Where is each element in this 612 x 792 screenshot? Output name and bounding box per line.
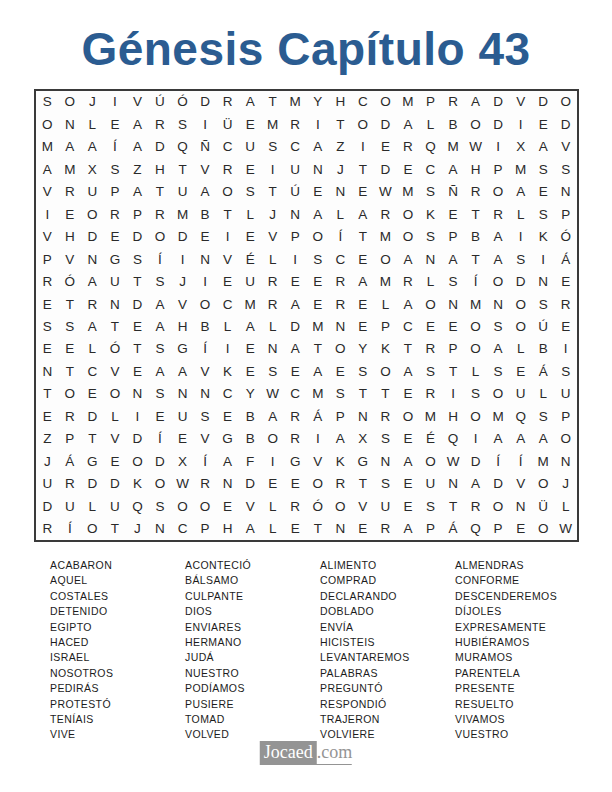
grid-cell: R [36, 271, 59, 293]
grid-cell: C [329, 248, 352, 270]
grid-cell: S [374, 473, 397, 495]
word-item: RESUELTO [455, 697, 590, 712]
grid-cell: E [239, 226, 262, 248]
grid-cell: C [284, 383, 307, 405]
grid-cell: É [239, 248, 262, 270]
grid-cell: M [374, 271, 397, 293]
grid-cell: V [509, 473, 532, 495]
grid-cell: P [329, 405, 352, 427]
grid-cell: E [284, 271, 307, 293]
grid-cell: A [81, 271, 104, 293]
grid-cell: M [442, 136, 465, 158]
grid-cell: Ó [59, 271, 82, 293]
grid-cell: Ú [532, 316, 555, 338]
grid-cell: D [239, 473, 262, 495]
grid-cell: S [149, 495, 172, 517]
grid-cell: H [59, 226, 82, 248]
grid-cell: X [171, 450, 194, 472]
grid-cell: Y [239, 383, 262, 405]
grid-cell: T [36, 383, 59, 405]
grid-cell: B [464, 226, 487, 248]
grid-cell: L [261, 495, 284, 517]
grid-cell: H [329, 91, 352, 113]
grid-cell: B [532, 338, 555, 360]
grid-cell: O [126, 450, 149, 472]
grid-cell: E [419, 316, 442, 338]
grid-cell: U [104, 495, 127, 517]
grid-cell: R [419, 383, 442, 405]
grid-cell: D [374, 158, 397, 180]
grid-cell: O [397, 203, 420, 225]
grid-cell: P [374, 316, 397, 338]
grid-cell: M [306, 383, 329, 405]
grid-cell: V [261, 226, 284, 248]
grid-cell: K [216, 360, 239, 382]
grid-cell: T [216, 203, 239, 225]
grid-cell: I [261, 450, 284, 472]
word-item: COMPRAD [320, 573, 455, 588]
grid-cell: D [81, 473, 104, 495]
grid-cell: A [306, 360, 329, 382]
grid-cell: Ñ [194, 136, 217, 158]
grid-cell: E [554, 316, 577, 338]
grid-cell: L [81, 113, 104, 135]
grid-cell: N [352, 405, 375, 427]
grid-cell: E [509, 360, 532, 382]
grid-cell: H [442, 405, 465, 427]
grid-cell: L [216, 316, 239, 338]
grid-cell: M [284, 91, 307, 113]
grid-cell: A [487, 226, 510, 248]
grid-cell: Q [464, 518, 487, 540]
grid-cell: H [464, 158, 487, 180]
grid-cell: N [554, 450, 577, 472]
grid-cell: R [261, 293, 284, 315]
grid-cell: C [352, 91, 375, 113]
word-item: DOBLADO [320, 604, 455, 619]
grid-cell: O [104, 383, 127, 405]
grid-cell: K [126, 473, 149, 495]
grid-cell: R [329, 271, 352, 293]
grid-cell: E [306, 181, 329, 203]
grid-cell: H [171, 316, 194, 338]
word-item: PEDIRÁS [50, 681, 185, 696]
grid-cell: W [374, 181, 397, 203]
grid-cell: T [352, 226, 375, 248]
grid-cell: R [397, 271, 420, 293]
grid-cell: R [442, 91, 465, 113]
grid-cell: P [36, 248, 59, 270]
grid-cell: E [239, 338, 262, 360]
grid-cell: A [352, 203, 375, 225]
grid-cell: T [104, 518, 127, 540]
grid-cell: A [397, 248, 420, 270]
word-item: CONFORME [455, 573, 590, 588]
grid-cell: P [284, 226, 307, 248]
grid-cell: M [509, 158, 532, 180]
grid-cell: E [171, 428, 194, 450]
grid-cell: S [36, 316, 59, 338]
grid-cell: R [149, 203, 172, 225]
grid-cell: I [104, 91, 127, 113]
grid-cell: U [104, 271, 127, 293]
grid-cell: Í [149, 428, 172, 450]
grid-cell: D [487, 113, 510, 135]
grid-cell: C [171, 518, 194, 540]
grid-cell: E [352, 181, 375, 203]
grid-cell: Ñ [442, 181, 465, 203]
grid-cell: V [194, 158, 217, 180]
grid-cell: J [554, 473, 577, 495]
grid-cell: A [487, 338, 510, 360]
grid-cell: A [284, 293, 307, 315]
grid-cell: H [216, 518, 239, 540]
word-item: TOMAD [185, 712, 320, 727]
grid-cell: T [442, 360, 465, 382]
grid-cell: Ú [149, 91, 172, 113]
word-item: VIVAMOS [455, 712, 590, 727]
grid-cell: U [239, 271, 262, 293]
grid-cell: L [419, 113, 442, 135]
grid-cell: A [126, 136, 149, 158]
word-item: ALMENDRAS [455, 558, 590, 573]
grid-cell: A [397, 518, 420, 540]
grid-cell: A [194, 181, 217, 203]
grid-cell: Á [59, 450, 82, 472]
word-item: RESPONDIÓ [320, 697, 455, 712]
grid-cell: Q [171, 136, 194, 158]
grid-cell: Q [509, 405, 532, 427]
footer-site-link[interactable]: Jocaed.com [260, 742, 352, 765]
grid-cell: U [171, 181, 194, 203]
grid-cell: É [419, 428, 442, 450]
grid-cell: D [149, 136, 172, 158]
grid-cell: E [397, 428, 420, 450]
grid-cell: O [81, 203, 104, 225]
grid-cell: W [464, 136, 487, 158]
grid-cell: A [509, 181, 532, 203]
grid-cell: R [554, 293, 577, 315]
word-item: ENVIARES [185, 620, 320, 635]
grid-cell: V [239, 495, 262, 517]
word-item: ACABARON [50, 558, 185, 573]
grid-cell: V [104, 360, 127, 382]
grid-cell: E [216, 495, 239, 517]
grid-cell: A [126, 181, 149, 203]
grid-cell: O [419, 293, 442, 315]
grid-cell: C [284, 136, 307, 158]
grid-cell: S [352, 360, 375, 382]
grid-cell: O [487, 383, 510, 405]
grid-cell: V [216, 248, 239, 270]
grid-cell: A [397, 113, 420, 135]
grid-cell: L [239, 203, 262, 225]
grid-cell: M [419, 405, 442, 427]
grid-cell: R [329, 473, 352, 495]
grid-cell: O [464, 316, 487, 338]
grid-cell: O [532, 473, 555, 495]
grid-cell: F [239, 450, 262, 472]
grid-cell: A [487, 428, 510, 450]
grid-cell: C [81, 360, 104, 382]
grid-cell: S [239, 181, 262, 203]
grid-cell: C [419, 158, 442, 180]
grid-cell: D [284, 316, 307, 338]
grid-cell: T [374, 383, 397, 405]
grid-cell: R [487, 203, 510, 225]
grid-cell: S [194, 405, 217, 427]
grid-cell: R [284, 113, 307, 135]
grid-cell: A [329, 428, 352, 450]
grid-cell: Q [442, 428, 465, 450]
word-item: VOLVIERE [320, 727, 455, 742]
word-item: DESCENDEREMOS [455, 589, 590, 604]
grid-cell: R [261, 271, 284, 293]
word-item: HERMANO [185, 635, 320, 650]
grid-cell: A [352, 271, 375, 293]
grid-cell: S [532, 405, 555, 427]
grid-cell: K [374, 338, 397, 360]
grid-cell: P [487, 158, 510, 180]
grid-cell: R [464, 495, 487, 517]
grid-cell: R [194, 473, 217, 495]
grid-cell: A [171, 360, 194, 382]
grid-cell: T [261, 91, 284, 113]
grid-cell: T [126, 271, 149, 293]
grid-cell: A [81, 316, 104, 338]
word-item: PUSIERE [185, 697, 320, 712]
grid-cell: N [36, 360, 59, 382]
grid-cell: E [509, 518, 532, 540]
grid-cell: O [419, 450, 442, 472]
grid-cell: O [352, 113, 375, 135]
grid-cell: E [284, 360, 307, 382]
grid-cell: P [442, 226, 465, 248]
grid-cell: J [81, 91, 104, 113]
word-item: PROTESTÓ [50, 697, 185, 712]
grid-cell: D [554, 113, 577, 135]
grid-cell: A [149, 316, 172, 338]
word-item: ENVÍA [320, 620, 455, 635]
grid-cell: A [442, 248, 465, 270]
grid-cell: A [442, 158, 465, 180]
grid-cell: M [306, 316, 329, 338]
grid-cell: E [532, 181, 555, 203]
grid-cell: Z [126, 158, 149, 180]
grid-cell: Y [306, 91, 329, 113]
grid-cell: Á [554, 248, 577, 270]
grid-cell: T [81, 428, 104, 450]
grid-cell: O [464, 405, 487, 427]
grid-cell: I [126, 405, 149, 427]
grid-cell: E [554, 271, 577, 293]
grid-cell: L [509, 338, 532, 360]
grid-cell: P [59, 428, 82, 450]
grid-cell: E [194, 226, 217, 248]
word-item: ACONTECIÓ [185, 558, 320, 573]
grid-cell: J [171, 271, 194, 293]
grid-cell: U [374, 495, 397, 517]
grid-cell: T [171, 158, 194, 180]
grid-cell: R [464, 181, 487, 203]
grid-cell: R [216, 158, 239, 180]
grid-cell: E [352, 293, 375, 315]
word-item: DÍJOLES [455, 604, 590, 619]
grid-cell: L [532, 383, 555, 405]
grid-cell: A [306, 136, 329, 158]
grid-cell: G [284, 450, 307, 472]
grid-cell: I [194, 113, 217, 135]
grid-cell: E [59, 203, 82, 225]
grid-cell: B [239, 405, 262, 427]
grid-cell: T [464, 203, 487, 225]
grid-cell: V [36, 226, 59, 248]
grid-cell: E [284, 518, 307, 540]
grid-cell: T [397, 338, 420, 360]
grid-cell: P [554, 405, 577, 427]
grid-cell: D [194, 91, 217, 113]
grid-cell: A [36, 158, 59, 180]
grid-cell: O [374, 360, 397, 382]
grid-cell: I [442, 383, 465, 405]
grid-cell: T [329, 113, 352, 135]
grid-cell: S [261, 360, 284, 382]
grid-cell: O [81, 518, 104, 540]
grid-cell: A [149, 293, 172, 315]
grid-cell: Í [194, 338, 217, 360]
grid-cell: G [104, 248, 127, 270]
grid-cell: R [36, 518, 59, 540]
grid-cell: R [59, 405, 82, 427]
grid-cell: D [149, 450, 172, 472]
grid-cell: T [352, 383, 375, 405]
grid-cell: N [149, 518, 172, 540]
grid-cell: P [194, 518, 217, 540]
grid-cell: L [509, 203, 532, 225]
grid-cell: S [532, 158, 555, 180]
grid-cell: R [419, 338, 442, 360]
grid-cell: Z [36, 428, 59, 450]
grid-cell: G [352, 450, 375, 472]
grid-cell: L [81, 495, 104, 517]
grid-cell: I [306, 113, 329, 135]
grid-cell: L [464, 360, 487, 382]
word-list-column-4: ALMENDRASCONFORMEDESCENDEREMOSDÍJOLESEXP… [455, 558, 590, 743]
grid-cell: T [59, 360, 82, 382]
grid-cell: S [532, 293, 555, 315]
grid-cell: E [261, 473, 284, 495]
grid-cell: I [171, 248, 194, 270]
grid-cell: Ó [171, 91, 194, 113]
word-item: COSTALES [50, 589, 185, 604]
grid-cell: V [306, 450, 329, 472]
grid-cell: D [81, 226, 104, 248]
grid-cell: M [532, 450, 555, 472]
grid-cell: V [509, 91, 532, 113]
grid-cell: S [374, 428, 397, 450]
grid-cell: S [126, 248, 149, 270]
grid-cell: E [397, 473, 420, 495]
grid-cell: N [374, 450, 397, 472]
grid-cell: S [261, 136, 284, 158]
grid-cell: I [352, 136, 375, 158]
grid-cell: Á [532, 360, 555, 382]
grid-cell: T [352, 473, 375, 495]
grid-cell: W [171, 473, 194, 495]
footer-brand-name: Jocaed [260, 741, 317, 764]
grid-cell: S [419, 360, 442, 382]
grid-cell: S [464, 383, 487, 405]
word-item: NOSOTROS [50, 666, 185, 681]
grid-cell: V [36, 181, 59, 203]
grid-cell: E [352, 518, 375, 540]
word-item: HACED [50, 635, 185, 650]
grid-cell: O [329, 495, 352, 517]
grid-cell: T [306, 338, 329, 360]
grid-cell: L [261, 518, 284, 540]
grid-cell: S [532, 203, 555, 225]
grid-cell: E [104, 113, 127, 135]
grid-cell: E [532, 113, 555, 135]
word-item: PARENTELA [455, 666, 590, 681]
grid-cell: D [464, 450, 487, 472]
word-item: DETENIDO [50, 604, 185, 619]
word-item: ISRAEL [50, 650, 185, 665]
grid-cell: P [126, 203, 149, 225]
grid-cell: O [487, 271, 510, 293]
grid-cell: I [261, 158, 284, 180]
grid-cell: O [329, 338, 352, 360]
grid-cell: S [59, 316, 82, 338]
grid-cell: Í [104, 136, 127, 158]
grid-cell: R [59, 473, 82, 495]
word-item: JUDÁ [185, 650, 320, 665]
grid-cell: D [487, 91, 510, 113]
grid-cell: J [261, 203, 284, 225]
grid-cell: M [239, 293, 262, 315]
grid-cell: H [149, 158, 172, 180]
grid-cell: T [464, 248, 487, 270]
grid-cell: A [464, 473, 487, 495]
grid-cell: E [216, 271, 239, 293]
word-item: CULPANTE [185, 589, 320, 604]
grid-cell: Z [329, 136, 352, 158]
grid-cell: R [374, 203, 397, 225]
grid-cell: E [104, 226, 127, 248]
grid-cell: N [329, 518, 352, 540]
grid-cell: U [81, 181, 104, 203]
grid-cell: R [284, 428, 307, 450]
grid-cell: I [487, 136, 510, 158]
word-item: PREGUNTÓ [320, 681, 455, 696]
grid-cell: M [464, 293, 487, 315]
grid-cell: O [59, 91, 82, 113]
grid-cell: E [239, 360, 262, 382]
grid-cell: L [374, 293, 397, 315]
grid-cell: I [284, 248, 307, 270]
grid-cell: Ú [284, 181, 307, 203]
grid-cell: D [126, 428, 149, 450]
grid-cell: R [81, 293, 104, 315]
grid-cell: R [374, 405, 397, 427]
grid-cell: N [419, 248, 442, 270]
grid-cell: S [329, 383, 352, 405]
grid-cell: S [509, 248, 532, 270]
word-item: LEVANTAREMOS [320, 650, 455, 665]
grid-cell: J [36, 450, 59, 472]
grid-cell: Ü [216, 113, 239, 135]
grid-cell: O [532, 518, 555, 540]
